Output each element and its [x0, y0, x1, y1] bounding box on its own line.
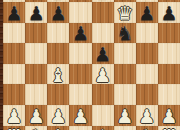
square-d2[interactable]: ♟: [69, 105, 91, 126]
square-f1[interactable]: [114, 126, 136, 130]
square-e6[interactable]: [92, 23, 114, 44]
square-a7[interactable]: ♟: [3, 2, 25, 23]
square-b7[interactable]: ♟: [25, 2, 47, 23]
square-e5[interactable]: ♟: [92, 43, 114, 64]
square-h7[interactable]: ♟: [158, 2, 180, 23]
square-c6[interactable]: [47, 23, 69, 44]
piece-black-pawn: ♟: [72, 24, 89, 43]
piece-white-pawn: ♟: [6, 106, 23, 125]
piece-white-pawn: ♟: [94, 65, 111, 84]
square-f3[interactable]: [114, 84, 136, 105]
square-f5[interactable]: [114, 43, 136, 64]
square-c7[interactable]: ♟: [47, 2, 69, 23]
square-b3[interactable]: [25, 84, 47, 105]
square-b2[interactable]: ♟: [25, 105, 47, 126]
square-f6[interactable]: ♞: [114, 23, 136, 44]
piece-white-pawn: ♟: [28, 106, 45, 125]
piece-black-pawn: ♟: [28, 3, 45, 22]
chess-board: ♜♞♝♛♚♝♜♟♟♟♛♟♟♟♞♟♝♟♟♟♟♟♟♟♟♜♞♝♚♞♜: [3, 0, 180, 130]
square-c4[interactable]: ♝: [47, 64, 69, 85]
piece-black-queen: ♛: [72, 0, 89, 2]
square-a3[interactable]: [3, 84, 25, 105]
square-c1[interactable]: ♝: [47, 126, 69, 130]
square-b6[interactable]: [25, 23, 47, 44]
piece-white-bishop: ♝: [50, 65, 67, 84]
square-h3[interactable]: [158, 84, 180, 105]
square-f7[interactable]: ♛: [114, 2, 136, 23]
square-d5[interactable]: [69, 43, 91, 64]
square-a2[interactable]: ♟: [3, 105, 25, 126]
piece-black-pawn: ♟: [94, 45, 111, 64]
square-c5[interactable]: [47, 43, 69, 64]
piece-black-pawn: ♟: [138, 3, 155, 22]
piece-white-pawn: ♟: [138, 106, 155, 125]
square-g3[interactable]: [136, 84, 158, 105]
square-c3[interactable]: [47, 84, 69, 105]
square-f2[interactable]: ♟: [114, 105, 136, 126]
square-f4[interactable]: [114, 64, 136, 85]
piece-black-pawn: ♟: [160, 3, 177, 22]
piece-white-king: ♚: [94, 127, 111, 130]
piece-white-knight: ♞: [138, 127, 155, 130]
square-b1[interactable]: ♞: [25, 126, 47, 130]
square-d6[interactable]: ♟: [69, 23, 91, 44]
square-h1[interactable]: ♜: [158, 126, 180, 130]
square-h5[interactable]: [158, 43, 180, 64]
piece-white-pawn: ♟: [116, 106, 133, 125]
square-g5[interactable]: [136, 43, 158, 64]
square-e1[interactable]: ♚: [92, 126, 114, 130]
square-e7[interactable]: [92, 2, 114, 23]
piece-white-rook: ♜: [6, 127, 23, 130]
square-h2[interactable]: ♟: [158, 105, 180, 126]
square-a6[interactable]: [3, 23, 25, 44]
square-g7[interactable]: ♟: [136, 2, 158, 23]
square-b4[interactable]: [25, 64, 47, 85]
square-a4[interactable]: [3, 64, 25, 85]
square-d4[interactable]: [69, 64, 91, 85]
piece-white-pawn: ♟: [72, 106, 89, 125]
piece-white-queen: ♛: [116, 3, 133, 22]
square-h4[interactable]: [158, 64, 180, 85]
chess-board-screenshot: ♜♞♝♛♚♝♜♟♟♟♛♟♟♟♞♟♝♟♟♟♟♟♟♟♟♜♞♝♚♞♜: [0, 0, 180, 130]
square-g6[interactable]: [136, 23, 158, 44]
square-a5[interactable]: [3, 43, 25, 64]
square-d7[interactable]: [69, 2, 91, 23]
square-d8[interactable]: ♛: [69, 0, 91, 2]
square-g1[interactable]: ♞: [136, 126, 158, 130]
piece-black-pawn: ♟: [6, 3, 23, 22]
square-e8[interactable]: ♚: [92, 0, 114, 2]
square-e2[interactable]: [92, 105, 114, 126]
square-g4[interactable]: [136, 64, 158, 85]
piece-black-pawn: ♟: [50, 3, 67, 22]
square-e4[interactable]: ♟: [92, 64, 114, 85]
square-g2[interactable]: ♟: [136, 105, 158, 126]
square-a1[interactable]: ♜: [3, 126, 25, 130]
square-h6[interactable]: [158, 23, 180, 44]
piece-black-knight: ♞: [116, 24, 133, 43]
piece-white-pawn: ♟: [160, 106, 177, 125]
square-c2[interactable]: ♟: [47, 105, 69, 126]
square-d1[interactable]: [69, 126, 91, 130]
square-e3[interactable]: [92, 84, 114, 105]
piece-black-king: ♚: [94, 0, 111, 2]
square-b5[interactable]: [25, 43, 47, 64]
square-d3[interactable]: [69, 84, 91, 105]
piece-white-bishop: ♝: [50, 127, 67, 130]
piece-white-pawn: ♟: [50, 106, 67, 125]
piece-white-knight: ♞: [28, 127, 45, 130]
piece-white-rook: ♜: [160, 127, 177, 130]
